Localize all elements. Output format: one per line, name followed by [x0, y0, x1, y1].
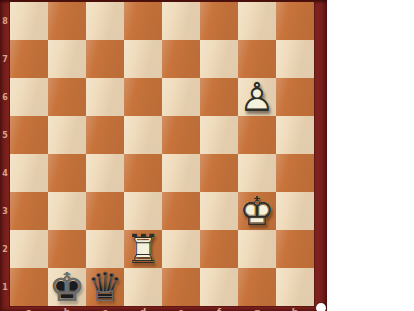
square-f5[interactable] — [200, 116, 238, 154]
file-label: e — [162, 307, 200, 311]
piece-fill-glyph: ♜ — [124, 230, 162, 268]
square-f2[interactable] — [200, 230, 238, 268]
rank-label: 2 — [0, 230, 10, 268]
rank-label: 6 — [0, 78, 10, 116]
square-e1[interactable] — [162, 268, 200, 306]
white-pawn[interactable]: ♟♙ — [238, 78, 276, 116]
square-e2[interactable] — [162, 230, 200, 268]
square-d5[interactable] — [124, 116, 162, 154]
file-label: h — [276, 307, 314, 311]
square-g1[interactable] — [238, 268, 276, 306]
white-rook[interactable]: ♜♖ — [124, 230, 162, 268]
square-e7[interactable] — [162, 40, 200, 78]
square-a6[interactable] — [10, 78, 48, 116]
square-c4[interactable] — [86, 154, 124, 192]
square-a5[interactable] — [10, 116, 48, 154]
square-h8[interactable] — [276, 2, 314, 40]
side-to-move-indicator — [316, 303, 326, 311]
rank-label: 5 — [0, 116, 10, 154]
square-f8[interactable] — [200, 2, 238, 40]
file-label: f — [200, 307, 238, 311]
chess-board[interactable]: ♟♙♚♔♜♖♚♔♛♕ — [10, 2, 314, 306]
square-a8[interactable] — [10, 2, 48, 40]
square-d7[interactable] — [124, 40, 162, 78]
chess-board-frame: 87654321 ♟♙♚♔♜♖♚♔♛♕ abcdefgh — [0, 0, 327, 311]
square-g2[interactable] — [238, 230, 276, 268]
square-b8[interactable] — [48, 2, 86, 40]
square-f7[interactable] — [200, 40, 238, 78]
square-g4[interactable] — [238, 154, 276, 192]
square-d2[interactable]: ♜♖ — [124, 230, 162, 268]
square-c5[interactable] — [86, 116, 124, 154]
square-h7[interactable] — [276, 40, 314, 78]
square-d3[interactable] — [124, 192, 162, 230]
rank-label: 4 — [0, 154, 10, 192]
black-king[interactable]: ♚♔ — [48, 268, 86, 306]
square-c7[interactable] — [86, 40, 124, 78]
square-c2[interactable] — [86, 230, 124, 268]
square-b7[interactable] — [48, 40, 86, 78]
square-a2[interactable] — [10, 230, 48, 268]
square-g5[interactable] — [238, 116, 276, 154]
square-f6[interactable] — [200, 78, 238, 116]
rank-labels: 87654321 — [0, 2, 10, 306]
file-label: b — [48, 307, 86, 311]
square-f4[interactable] — [200, 154, 238, 192]
square-e4[interactable] — [162, 154, 200, 192]
square-h1[interactable] — [276, 268, 314, 306]
square-b3[interactable] — [48, 192, 86, 230]
square-e8[interactable] — [162, 2, 200, 40]
square-b6[interactable] — [48, 78, 86, 116]
piece-outline-glyph: ♕ — [86, 268, 124, 306]
square-b5[interactable] — [48, 116, 86, 154]
square-a7[interactable] — [10, 40, 48, 78]
black-queen[interactable]: ♛♕ — [86, 268, 124, 306]
square-h4[interactable] — [276, 154, 314, 192]
square-g8[interactable] — [238, 2, 276, 40]
square-e6[interactable] — [162, 78, 200, 116]
square-c1[interactable]: ♛♕ — [86, 268, 124, 306]
square-b4[interactable] — [48, 154, 86, 192]
piece-outline-glyph: ♔ — [48, 268, 86, 306]
white-king[interactable]: ♚♔ — [238, 192, 276, 230]
square-a4[interactable] — [10, 154, 48, 192]
square-c3[interactable] — [86, 192, 124, 230]
piece-outline-glyph: ♔ — [238, 192, 276, 230]
square-h3[interactable] — [276, 192, 314, 230]
piece-fill-glyph: ♚ — [48, 268, 86, 306]
rank-label: 7 — [0, 40, 10, 78]
square-h6[interactable] — [276, 78, 314, 116]
rank-label: 8 — [0, 2, 10, 40]
square-d8[interactable] — [124, 2, 162, 40]
square-g3[interactable]: ♚♔ — [238, 192, 276, 230]
piece-fill-glyph: ♛ — [86, 268, 124, 306]
rank-label: 3 — [0, 192, 10, 230]
page: 87654321 ♟♙♚♔♜♖♚♔♛♕ abcdefgh — [0, 0, 414, 311]
file-label: a — [10, 307, 48, 311]
piece-fill-glyph: ♚ — [238, 192, 276, 230]
square-g6[interactable]: ♟♙ — [238, 78, 276, 116]
file-label: d — [124, 307, 162, 311]
square-c6[interactable] — [86, 78, 124, 116]
square-a1[interactable] — [10, 268, 48, 306]
square-g7[interactable] — [238, 40, 276, 78]
square-a3[interactable] — [10, 192, 48, 230]
square-f3[interactable] — [200, 192, 238, 230]
square-e3[interactable] — [162, 192, 200, 230]
piece-outline-glyph: ♖ — [124, 230, 162, 268]
square-h5[interactable] — [276, 116, 314, 154]
file-label: g — [238, 307, 276, 311]
square-f1[interactable] — [200, 268, 238, 306]
piece-fill-glyph: ♟ — [238, 78, 276, 116]
square-d6[interactable] — [124, 78, 162, 116]
square-h2[interactable] — [276, 230, 314, 268]
file-label: c — [86, 307, 124, 311]
square-c8[interactable] — [86, 2, 124, 40]
square-b1[interactable]: ♚♔ — [48, 268, 86, 306]
square-d4[interactable] — [124, 154, 162, 192]
piece-outline-glyph: ♙ — [238, 78, 276, 116]
square-d1[interactable] — [124, 268, 162, 306]
square-e5[interactable] — [162, 116, 200, 154]
rank-label: 1 — [0, 268, 10, 306]
square-b2[interactable] — [48, 230, 86, 268]
file-labels: abcdefgh — [10, 307, 314, 311]
